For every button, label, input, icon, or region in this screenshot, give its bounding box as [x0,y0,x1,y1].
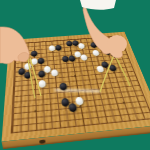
black-stone [95,42,103,48]
hoshi-point [74,75,76,77]
hoshi-point [35,110,37,113]
black-stone [61,98,70,107]
white-stone [80,54,88,61]
board-grid [11,36,150,134]
black-stone [37,58,44,65]
black-stone [38,71,45,78]
black-stone [55,45,62,51]
white-stone [25,63,32,70]
white-stone [38,80,46,88]
black-stone [69,103,78,112]
white-stone [31,58,38,65]
white-stone [75,97,84,106]
black-stone [108,65,117,72]
hoshi-point [113,72,116,74]
photo-scene [0,0,150,150]
black-stone [114,44,122,50]
board-surface [2,32,150,142]
hoshi-point [122,101,125,104]
white-stone [107,41,115,47]
photo-watermark [54,88,101,92]
black-stone [24,72,31,79]
white-stone [78,43,85,49]
go-board [2,32,150,142]
white-stone [51,69,59,76]
hoshi-point [70,50,72,52]
black-stone [31,51,38,57]
black-stone [111,52,119,58]
white-stone [49,45,56,51]
hoshi-point [34,78,36,80]
board-scene [0,0,150,150]
hoshi-point [79,106,82,109]
board-latch [39,139,45,143]
white-stone [92,50,100,56]
black-stone [59,83,67,91]
